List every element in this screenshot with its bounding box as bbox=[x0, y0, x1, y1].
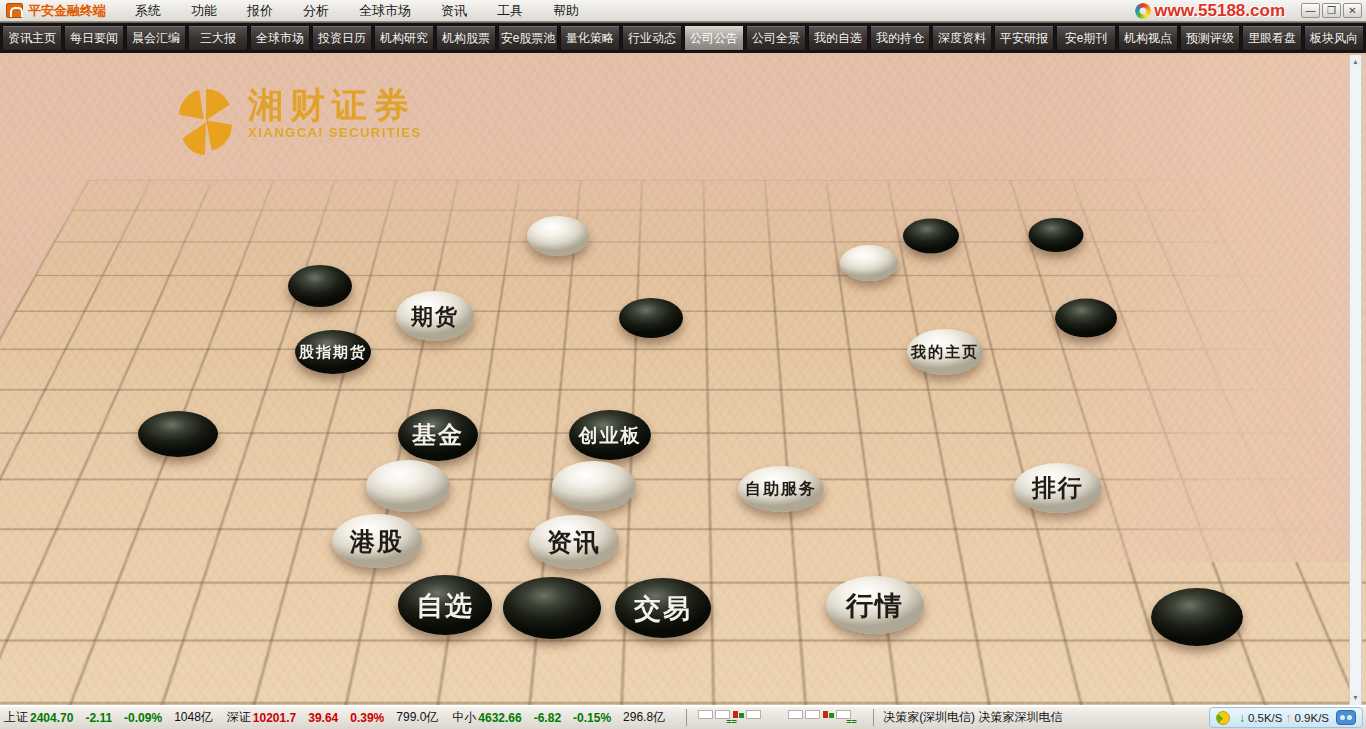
stone-label: 期货 bbox=[411, 305, 459, 327]
nav-tab[interactable]: 公司全景 bbox=[746, 25, 806, 51]
stone-label: 创业板 bbox=[579, 426, 642, 445]
go-stone-nav[interactable]: 自助服务 bbox=[738, 466, 824, 512]
go-stone-nav[interactable]: 资讯 bbox=[529, 515, 619, 569]
index-name: 深证 bbox=[227, 709, 251, 726]
index-change: -6.82 bbox=[534, 711, 561, 725]
nav-tab[interactable]: 量化策略 bbox=[560, 25, 620, 51]
go-stone-nav[interactable]: 排行 bbox=[1014, 463, 1102, 513]
stone-label: 股指期货 bbox=[299, 345, 367, 360]
stone-label: 交易 bbox=[634, 595, 692, 622]
go-stone bbox=[1029, 218, 1084, 252]
watermark-url: www.55188.com bbox=[1154, 1, 1285, 21]
stone-label: 行情 bbox=[846, 592, 904, 619]
go-stone bbox=[1151, 588, 1243, 646]
menu-item[interactable]: 全球市场 bbox=[344, 0, 426, 22]
index-amount: 1048亿 bbox=[174, 709, 213, 726]
app-logo-icon bbox=[6, 3, 23, 18]
nav-tab[interactable]: 安e期刊 bbox=[1056, 25, 1116, 51]
go-stone-nav[interactable]: 交易 bbox=[615, 578, 711, 638]
go-stone bbox=[527, 216, 589, 256]
nav-tab[interactable]: 机构研究 bbox=[374, 25, 434, 51]
index-shenzhen: 深证 10201.7 39.64 0.39% 799.0亿 bbox=[227, 709, 438, 726]
menu-item[interactable]: 帮助 bbox=[538, 0, 594, 22]
index-pct: -0.15% bbox=[573, 711, 611, 725]
title-bar: 平安金融终端 系统功能报价分析全球市场资讯工具帮助 www.55188.com … bbox=[0, 0, 1366, 22]
scroll-up-icon[interactable]: ▲ bbox=[1350, 55, 1361, 69]
index-name: 中小 bbox=[452, 709, 476, 726]
nav-tab[interactable]: 板块风向 bbox=[1304, 25, 1364, 51]
status-bar: 上证 2404.70 -2.11 -0.09% 1048亿 深证 10201.7… bbox=[0, 705, 1366, 729]
index-pct: 0.39% bbox=[350, 711, 384, 725]
nav-tab[interactable]: 安e股票池 bbox=[498, 25, 558, 51]
go-stone bbox=[503, 577, 601, 639]
nav-tab[interactable]: 投资日历 bbox=[312, 25, 372, 51]
nav-tab[interactable]: 我的自选 bbox=[808, 25, 868, 51]
stone-label: 港股 bbox=[350, 529, 404, 554]
market-indicator: == bbox=[788, 709, 862, 726]
index-change: -2.11 bbox=[85, 711, 112, 725]
nav-tab[interactable]: 我的持仓 bbox=[870, 25, 930, 51]
stone-label: 自选 bbox=[416, 592, 474, 619]
go-stone bbox=[619, 298, 683, 338]
upload-arrow-icon: ↑ bbox=[1285, 711, 1291, 725]
market-indicator: == bbox=[698, 709, 772, 726]
stone-label: 排行 bbox=[1032, 476, 1084, 500]
stone-label: 资讯 bbox=[547, 530, 601, 555]
go-stone-nav[interactable]: 基金 bbox=[398, 409, 478, 461]
index-change: 39.64 bbox=[308, 711, 338, 725]
nav-tab[interactable]: 平安研报 bbox=[994, 25, 1054, 51]
stone-label: 自助服务 bbox=[745, 481, 817, 497]
stone-label: 基金 bbox=[412, 423, 464, 447]
go-stone-nav[interactable]: 创业板 bbox=[569, 410, 651, 460]
index-value: 2404.70 bbox=[30, 711, 73, 725]
network-app-icon[interactable] bbox=[1216, 711, 1230, 725]
go-stone-nav[interactable]: 期货 bbox=[396, 291, 474, 341]
app-title: 平安金融终端 bbox=[28, 2, 106, 20]
index-name: 上证 bbox=[4, 709, 28, 726]
upload-speed: 0.9K/S bbox=[1294, 712, 1329, 724]
nav-tab[interactable]: 三大报 bbox=[188, 25, 248, 51]
go-stone-nav[interactable]: 港股 bbox=[332, 514, 422, 568]
nav-tab[interactable]: 全球市场 bbox=[250, 25, 310, 51]
index-shanghai: 上证 2404.70 -2.11 -0.09% 1048亿 bbox=[4, 709, 213, 726]
nav-tab[interactable]: 机构视点 bbox=[1118, 25, 1178, 51]
nav-tab[interactable]: 公司公告 bbox=[684, 25, 744, 51]
go-stone-nav[interactable]: 股指期货 bbox=[295, 330, 371, 374]
market-indicators: == == bbox=[698, 709, 862, 726]
app-window: 平安金融终端 系统功能报价分析全球市场资讯工具帮助 www.55188.com … bbox=[0, 0, 1366, 729]
index-value: 10201.7 bbox=[253, 711, 296, 725]
index-amount: 296.8亿 bbox=[623, 709, 665, 726]
stone-label: 我的主页 bbox=[911, 345, 979, 360]
nav-tab[interactable]: 资讯主页 bbox=[2, 25, 62, 51]
scroll-down-icon[interactable]: ▼ bbox=[1350, 691, 1361, 705]
go-stone bbox=[552, 461, 636, 511]
nav-tab[interactable]: 里眼看盘 bbox=[1242, 25, 1302, 51]
go-stone-nav[interactable]: 行情 bbox=[826, 576, 924, 634]
menu-item[interactable]: 系统 bbox=[120, 0, 176, 22]
index-sme: 中小 4632.66 -6.82 -0.15% 296.8亿 bbox=[452, 709, 665, 726]
download-arrow-icon: ↓ bbox=[1239, 711, 1245, 725]
close-button[interactable]: ✕ bbox=[1343, 3, 1362, 18]
restore-button[interactable]: ❐ bbox=[1322, 3, 1341, 18]
minimize-button[interactable]: — bbox=[1301, 3, 1320, 18]
server-status-text: 决策家(深圳电信) 决策家深圳电信 bbox=[883, 709, 1062, 726]
nav-tab[interactable]: 预测评级 bbox=[1180, 25, 1240, 51]
menu-item[interactable]: 资讯 bbox=[426, 0, 482, 22]
main-content: 湘财证券 XIANGCAI SECURITIES 期货股指期货我的主页基金创业板… bbox=[0, 55, 1366, 705]
go-stone-nav[interactable]: 自选 bbox=[398, 575, 492, 635]
nav-tab[interactable]: 晨会汇编 bbox=[126, 25, 186, 51]
separator bbox=[686, 709, 687, 726]
nav-tab[interactable]: 每日要闻 bbox=[64, 25, 124, 51]
gamepad-icon[interactable] bbox=[1336, 710, 1356, 725]
download-speed: 0.5K/S bbox=[1248, 712, 1283, 724]
index-amount: 799.0亿 bbox=[396, 709, 438, 726]
menu-item[interactable]: 分析 bbox=[288, 0, 344, 22]
nav-tab-bar: 资讯主页每日要闻晨会汇编三大报全球市场投资日历机构研究机构股票安e股票池量化策略… bbox=[0, 22, 1366, 53]
go-stone bbox=[138, 411, 218, 457]
network-speed-panel: ↓ 0.5K/S ↑ 0.9K/S bbox=[1209, 707, 1363, 728]
index-value: 4632.66 bbox=[478, 711, 521, 725]
nav-tab[interactable]: 行业动态 bbox=[622, 25, 682, 51]
menu-item[interactable]: 工具 bbox=[482, 0, 538, 22]
go-stone-nav[interactable]: 我的主页 bbox=[907, 329, 983, 375]
menu-bar: 系统功能报价分析全球市场资讯工具帮助 bbox=[120, 0, 594, 21]
55188-logo-icon bbox=[1135, 3, 1151, 19]
index-pct: -0.09% bbox=[124, 711, 162, 725]
go-stone bbox=[1055, 299, 1117, 338]
go-stone bbox=[903, 219, 959, 254]
go-stone bbox=[288, 265, 352, 307]
go-stone bbox=[840, 245, 898, 281]
menu-item[interactable]: 报价 bbox=[232, 0, 288, 22]
separator bbox=[873, 709, 874, 726]
go-stone bbox=[366, 460, 450, 512]
nav-tab[interactable]: 深度资料 bbox=[932, 25, 992, 51]
menu-item[interactable]: 功能 bbox=[176, 0, 232, 22]
nav-tab[interactable]: 机构股票 bbox=[436, 25, 496, 51]
stones-layer: 期货股指期货我的主页基金创业板港股资讯自助服务排行自选交易行情 bbox=[0, 55, 1366, 705]
vertical-scrollbar[interactable]: ▲ ▼ bbox=[1349, 55, 1362, 705]
